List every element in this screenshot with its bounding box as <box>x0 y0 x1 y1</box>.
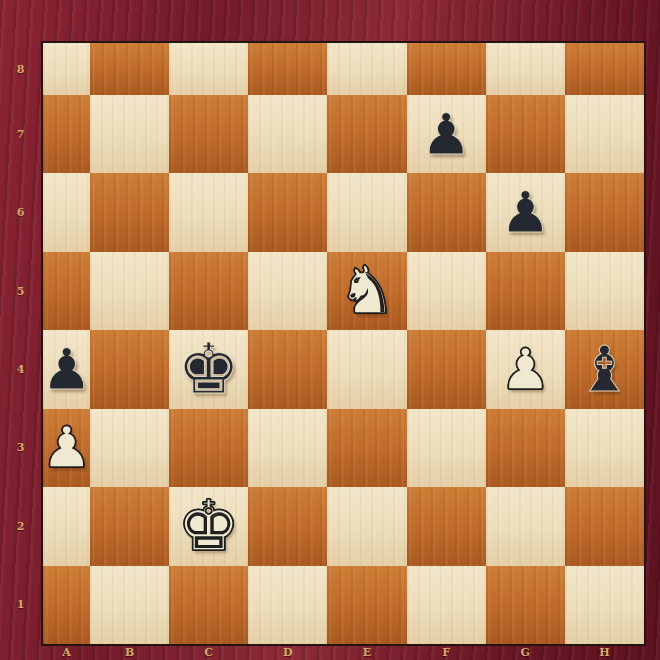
square-f7[interactable]: ♟ <box>407 95 486 173</box>
square-f6[interactable] <box>407 173 486 251</box>
rank-label-1: 1 <box>17 598 25 611</box>
square-d3[interactable] <box>248 409 327 487</box>
square-f1[interactable] <box>407 566 486 644</box>
square-e2[interactable] <box>327 487 406 565</box>
square-b5[interactable] <box>90 252 169 330</box>
square-f2[interactable] <box>407 487 486 565</box>
rank-label-7: 7 <box>17 128 25 141</box>
square-f3[interactable] <box>407 409 486 487</box>
rank-labels: 87654321 <box>0 43 41 644</box>
square-f4[interactable] <box>407 330 486 408</box>
rank-label-4: 4 <box>17 363 25 376</box>
file-label-b: B <box>125 646 134 659</box>
rank-label-8: 8 <box>17 63 25 76</box>
square-b6[interactable] <box>90 173 169 251</box>
square-a3[interactable]: ♟ <box>43 409 90 487</box>
square-e8[interactable] <box>327 43 406 95</box>
square-c4[interactable]: ♚ <box>169 330 248 408</box>
square-c6[interactable] <box>169 173 248 251</box>
piece-black-pawn[interactable]: ♟ <box>421 106 472 163</box>
square-d4[interactable] <box>248 330 327 408</box>
square-e4[interactable] <box>327 330 406 408</box>
square-a7[interactable] <box>43 95 90 173</box>
file-label-h: H <box>599 646 609 659</box>
square-a1[interactable] <box>43 566 90 644</box>
piece-white-pawn[interactable]: ♟ <box>41 419 92 476</box>
square-e1[interactable] <box>327 566 406 644</box>
square-a8[interactable] <box>43 43 90 95</box>
file-labels: ABCDEFGH <box>43 644 644 660</box>
piece-black-king[interactable]: ♚ <box>177 334 240 404</box>
piece-white-pawn[interactable]: ♟ <box>500 341 551 398</box>
square-f8[interactable] <box>407 43 486 95</box>
square-e6[interactable] <box>327 173 406 251</box>
square-a2[interactable] <box>43 487 90 565</box>
square-c5[interactable] <box>169 252 248 330</box>
piece-black-bishop[interactable]: ♝ <box>576 338 632 401</box>
chess-board-background: 87654321 ♟♟♞♟♚♟♝♟♚ ABCDEFGH <box>0 0 660 660</box>
piece-black-pawn[interactable]: ♟ <box>500 184 551 241</box>
square-h7[interactable] <box>565 95 644 173</box>
square-h1[interactable] <box>565 566 644 644</box>
square-b3[interactable] <box>90 409 169 487</box>
square-c7[interactable] <box>169 95 248 173</box>
file-label-c: C <box>204 646 213 659</box>
square-a4[interactable]: ♟ <box>43 330 90 408</box>
square-c2[interactable]: ♚ <box>169 487 248 565</box>
piece-white-king[interactable]: ♚ <box>177 491 240 561</box>
square-d1[interactable] <box>248 566 327 644</box>
square-a5[interactable] <box>43 252 90 330</box>
square-h8[interactable] <box>565 43 644 95</box>
square-b2[interactable] <box>90 487 169 565</box>
square-b7[interactable] <box>90 95 169 173</box>
square-h4[interactable]: ♝ <box>565 330 644 408</box>
square-g2[interactable] <box>486 487 565 565</box>
square-h5[interactable] <box>565 252 644 330</box>
square-a6[interactable] <box>43 173 90 251</box>
square-f5[interactable] <box>407 252 486 330</box>
square-e3[interactable] <box>327 409 406 487</box>
file-label-f: F <box>442 646 450 659</box>
piece-white-knight[interactable]: ♞ <box>337 258 396 324</box>
square-d8[interactable] <box>248 43 327 95</box>
file-label-a: A <box>62 646 71 659</box>
square-c1[interactable] <box>169 566 248 644</box>
square-g8[interactable] <box>486 43 565 95</box>
square-b4[interactable] <box>90 330 169 408</box>
rank-label-5: 5 <box>17 285 25 298</box>
square-h6[interactable] <box>565 173 644 251</box>
rank-label-6: 6 <box>17 206 25 219</box>
square-d7[interactable] <box>248 95 327 173</box>
square-d5[interactable] <box>248 252 327 330</box>
square-e7[interactable] <box>327 95 406 173</box>
square-g6[interactable]: ♟ <box>486 173 565 251</box>
square-d2[interactable] <box>248 487 327 565</box>
square-d6[interactable] <box>248 173 327 251</box>
square-g3[interactable] <box>486 409 565 487</box>
file-label-d: D <box>283 646 293 659</box>
square-g5[interactable] <box>486 252 565 330</box>
square-h2[interactable] <box>565 487 644 565</box>
square-g7[interactable] <box>486 95 565 173</box>
rank-label-2: 2 <box>17 520 25 533</box>
board-frame: ♟♟♞♟♚♟♝♟♚ <box>41 41 646 646</box>
square-g4[interactable]: ♟ <box>486 330 565 408</box>
file-label-g: G <box>521 646 530 659</box>
piece-black-pawn[interactable]: ♟ <box>41 341 92 398</box>
square-c3[interactable] <box>169 409 248 487</box>
chess-board: ♟♟♞♟♚♟♝♟♚ <box>43 43 644 644</box>
file-label-e: E <box>363 646 371 659</box>
rank-label-3: 3 <box>17 441 25 454</box>
square-b1[interactable] <box>90 566 169 644</box>
square-c8[interactable] <box>169 43 248 95</box>
square-e5[interactable]: ♞ <box>327 252 406 330</box>
square-g1[interactable] <box>486 566 565 644</box>
square-b8[interactable] <box>90 43 169 95</box>
square-h3[interactable] <box>565 409 644 487</box>
